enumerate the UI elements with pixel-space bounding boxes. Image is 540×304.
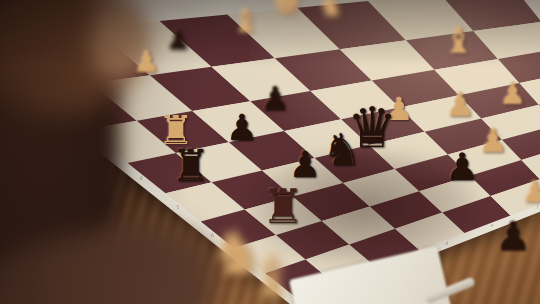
piece-black-pawn-f4[interactable]: ♟ — [445, 148, 479, 186]
piece-white-pawn-h3[interactable]: ♟ — [478, 124, 508, 157]
piece-black-knight-d5[interactable]: ♞ — [322, 128, 361, 172]
piece-white-bishop-g1[interactable]: ♝ — [443, 23, 475, 59]
piece-white-pawn-h2[interactable]: ♟ — [500, 79, 527, 109]
piece-white-bishop-d1[interactable]: ♝ — [231, 4, 261, 37]
piece-black-pawn-c2[interactable]: ♟ — [166, 26, 190, 53]
piece-white-king-e1[interactable]: ♚ — [272, 0, 302, 19]
captured-black-pawn[interactable]: ♟ — [495, 216, 531, 256]
piece-black-pawn-d4[interactable]: ♟ — [260, 82, 290, 115]
piece-black-pawn-c4[interactable]: ♟ — [226, 110, 258, 146]
piece-white-knight-f1[interactable]: ♞ — [318, 0, 344, 21]
captured-white-pawn[interactable]: ♟ — [522, 177, 540, 207]
photo-of-chess-game: 12345678abcdefgh ♟♟♝♚♞♝♟♟♟♜♜♟♟♛♟♟♞♜♟♟♟♞♝ — [0, 0, 540, 304]
piece-white-pawn-b2[interactable]: ♟ — [134, 47, 161, 77]
pieces-layer: ♟♟♝♚♞♝♟♟♟♜♜♟♟♛♟♟♞♜♟♟♟♞♝ — [0, 0, 540, 304]
piece-black-rook-b6[interactable]: ♜ — [261, 182, 304, 230]
piece-white-pawn-g2[interactable]: ♟ — [445, 88, 475, 121]
piece-black-rook-a5[interactable]: ♜ — [171, 144, 210, 188]
captured-white-bishop[interactable]: ♝ — [246, 248, 298, 304]
